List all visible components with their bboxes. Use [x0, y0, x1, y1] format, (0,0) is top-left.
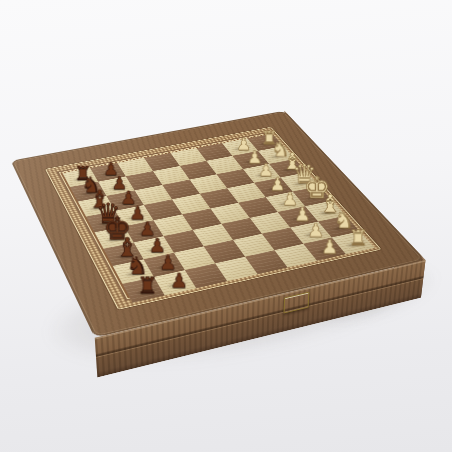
- photo-scene: ♜♞♝♛♚♝♞♜♟♟♟♟♟♟♟♟♟♟♟♟♟♟♟♟♜♞♝♛♚♝♞♜: [0, 0, 452, 452]
- brass-clasp: [283, 292, 309, 314]
- white-rook-h1: ♜: [342, 204, 374, 248]
- product-photo: ♜♞♝♛♚♝♞♜♟♟♟♟♟♟♟♟♟♟♟♟♟♟♟♟♜♞♝♛♚♝♞♜: [0, 0, 452, 452]
- chess-box: ♜♞♝♛♚♝♞♜♟♟♟♟♟♟♟♟♟♟♟♟♟♟♟♟♜♞♝♛♚♝♞♜: [11, 111, 426, 338]
- white-pawn-h2: ♟: [314, 210, 346, 255]
- black-rook-h8: ♜: [131, 249, 165, 296]
- black-pawn-h7: ♟: [162, 243, 195, 290]
